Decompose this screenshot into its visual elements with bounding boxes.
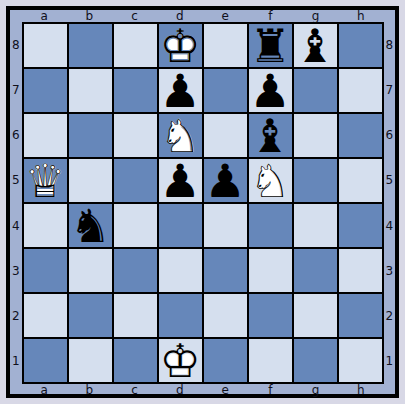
rank-label-1: 1 bbox=[10, 339, 22, 384]
square-a3[interactable] bbox=[24, 249, 67, 292]
square-h8[interactable] bbox=[339, 24, 382, 67]
square-d3[interactable] bbox=[159, 249, 202, 292]
square-e8[interactable] bbox=[204, 24, 247, 67]
square-a1[interactable] bbox=[24, 339, 67, 382]
file-label-h: h bbox=[338, 384, 383, 396]
black-knight-glyph: ♞ bbox=[69, 204, 112, 247]
square-d4[interactable] bbox=[159, 204, 202, 247]
square-e4[interactable] bbox=[204, 204, 247, 247]
rank-label-8: 8 bbox=[384, 22, 396, 67]
square-g2[interactable] bbox=[294, 294, 337, 337]
rank-label-5: 5 bbox=[10, 158, 22, 203]
rank-label-4: 4 bbox=[10, 203, 22, 248]
square-f4[interactable] bbox=[249, 204, 292, 247]
square-d2[interactable] bbox=[159, 294, 202, 337]
file-label-f: f bbox=[248, 384, 293, 396]
square-d6[interactable]: ♞♘ bbox=[159, 114, 202, 157]
rank-label-7: 7 bbox=[10, 67, 22, 112]
rank-label-6: 6 bbox=[10, 113, 22, 158]
square-b6[interactable] bbox=[69, 114, 112, 157]
square-b3[interactable] bbox=[69, 249, 112, 292]
square-c6[interactable] bbox=[114, 114, 157, 157]
square-g7[interactable] bbox=[294, 69, 337, 112]
square-a6[interactable] bbox=[24, 114, 67, 157]
file-label-h: h bbox=[338, 10, 383, 22]
square-e7[interactable] bbox=[204, 69, 247, 112]
board-frame: abcdefgh 87654321 ♚♔♜♝♟♟♞♘♝♛♕♟♟♞♘♞♚♔ 876… bbox=[6, 6, 399, 398]
square-d1[interactable]: ♚♔ bbox=[159, 339, 202, 382]
square-e2[interactable] bbox=[204, 294, 247, 337]
square-h3[interactable] bbox=[339, 249, 382, 292]
square-c3[interactable] bbox=[114, 249, 157, 292]
chess-board[interactable]: ♚♔♜♝♟♟♞♘♝♛♕♟♟♞♘♞♚♔ bbox=[22, 22, 384, 384]
black-bishop[interactable]: ♝ bbox=[294, 24, 337, 67]
black-pawn-glyph: ♟ bbox=[159, 159, 202, 202]
black-pawn-glyph: ♟ bbox=[249, 69, 292, 112]
white-king[interactable]: ♚♔ bbox=[159, 339, 202, 382]
square-d8[interactable]: ♚♔ bbox=[159, 24, 202, 67]
square-c4[interactable] bbox=[114, 204, 157, 247]
rank-label-7: 7 bbox=[384, 67, 396, 112]
square-h7[interactable] bbox=[339, 69, 382, 112]
rank-label-8: 8 bbox=[10, 22, 22, 67]
file-label-g: g bbox=[293, 384, 338, 396]
square-g6[interactable] bbox=[294, 114, 337, 157]
file-label-c: c bbox=[112, 384, 157, 396]
square-d5[interactable]: ♟ bbox=[159, 159, 202, 202]
rank-label-4: 4 bbox=[384, 203, 396, 248]
square-g3[interactable] bbox=[294, 249, 337, 292]
square-f5[interactable]: ♞♘ bbox=[249, 159, 292, 202]
square-c8[interactable] bbox=[114, 24, 157, 67]
square-f6[interactable]: ♝ bbox=[249, 114, 292, 157]
file-label-e: e bbox=[203, 384, 248, 396]
white-king[interactable]: ♚♔ bbox=[159, 24, 202, 67]
black-knight[interactable]: ♞ bbox=[69, 204, 112, 247]
rank-label-3: 3 bbox=[10, 248, 22, 293]
black-rook-glyph: ♜ bbox=[249, 24, 292, 67]
square-c1[interactable] bbox=[114, 339, 157, 382]
square-f1[interactable] bbox=[249, 339, 292, 382]
square-d7[interactable]: ♟ bbox=[159, 69, 202, 112]
file-label-a: a bbox=[22, 384, 67, 396]
white-king-outline: ♔ bbox=[159, 24, 202, 67]
rank-label-2: 2 bbox=[10, 294, 22, 339]
square-e5[interactable]: ♟ bbox=[204, 159, 247, 202]
square-f8[interactable]: ♜ bbox=[249, 24, 292, 67]
square-g5[interactable] bbox=[294, 159, 337, 202]
square-h6[interactable] bbox=[339, 114, 382, 157]
square-e6[interactable] bbox=[204, 114, 247, 157]
rank-labels-right: 87654321 bbox=[384, 22, 396, 384]
square-f2[interactable] bbox=[249, 294, 292, 337]
rank-label-5: 5 bbox=[384, 158, 396, 203]
file-label-a: a bbox=[22, 10, 67, 22]
square-h4[interactable] bbox=[339, 204, 382, 247]
square-a4[interactable] bbox=[24, 204, 67, 247]
white-knight[interactable]: ♞♘ bbox=[249, 159, 292, 202]
square-b1[interactable] bbox=[69, 339, 112, 382]
square-a5[interactable]: ♛♕ bbox=[24, 159, 67, 202]
square-g8[interactable]: ♝ bbox=[294, 24, 337, 67]
rank-label-1: 1 bbox=[384, 339, 396, 384]
file-label-b: b bbox=[67, 384, 112, 396]
black-bishop[interactable]: ♝ bbox=[249, 114, 292, 157]
black-pawn-glyph: ♟ bbox=[204, 159, 247, 202]
square-b4[interactable]: ♞ bbox=[69, 204, 112, 247]
white-king-outline: ♔ bbox=[159, 339, 202, 382]
square-f3[interactable] bbox=[249, 249, 292, 292]
rank-label-3: 3 bbox=[384, 248, 396, 293]
black-bishop-glyph: ♝ bbox=[249, 114, 292, 157]
white-knight-outline: ♘ bbox=[249, 159, 292, 202]
square-b7[interactable] bbox=[69, 69, 112, 112]
file-labels-bottom: abcdefgh bbox=[22, 384, 384, 396]
black-pawn[interactable]: ♟ bbox=[159, 159, 202, 202]
square-b5[interactable] bbox=[69, 159, 112, 202]
square-e3[interactable] bbox=[204, 249, 247, 292]
square-b2[interactable] bbox=[69, 294, 112, 337]
file-label-b: b bbox=[67, 10, 112, 22]
white-knight[interactable]: ♞♘ bbox=[159, 114, 202, 157]
square-b8[interactable] bbox=[69, 24, 112, 67]
square-h2[interactable] bbox=[339, 294, 382, 337]
black-rook[interactable]: ♜ bbox=[249, 24, 292, 67]
square-g1[interactable] bbox=[294, 339, 337, 382]
file-label-c: c bbox=[112, 10, 157, 22]
black-pawn[interactable]: ♟ bbox=[204, 159, 247, 202]
square-h1[interactable] bbox=[339, 339, 382, 382]
square-h5[interactable] bbox=[339, 159, 382, 202]
rank-label-6: 6 bbox=[384, 113, 396, 158]
file-label-e: e bbox=[203, 10, 248, 22]
square-a7[interactable] bbox=[24, 69, 67, 112]
black-pawn[interactable]: ♟ bbox=[159, 69, 202, 112]
square-e1[interactable] bbox=[204, 339, 247, 382]
black-pawn[interactable]: ♟ bbox=[249, 69, 292, 112]
white-queen-outline: ♕ bbox=[24, 159, 67, 202]
square-c7[interactable] bbox=[114, 69, 157, 112]
diagram-background: abcdefgh 87654321 ♚♔♜♝♟♟♞♘♝♛♕♟♟♞♘♞♚♔ 876… bbox=[0, 0, 405, 404]
square-g4[interactable] bbox=[294, 204, 337, 247]
square-f7[interactable]: ♟ bbox=[249, 69, 292, 112]
square-c2[interactable] bbox=[114, 294, 157, 337]
rank-labels-left: 87654321 bbox=[10, 22, 22, 384]
square-c5[interactable] bbox=[114, 159, 157, 202]
black-bishop-glyph: ♝ bbox=[294, 24, 337, 67]
rank-label-2: 2 bbox=[384, 294, 396, 339]
white-queen[interactable]: ♛♕ bbox=[24, 159, 67, 202]
white-knight-outline: ♘ bbox=[159, 114, 202, 157]
black-pawn-glyph: ♟ bbox=[159, 69, 202, 112]
square-a2[interactable] bbox=[24, 294, 67, 337]
board-inner: abcdefgh 87654321 ♚♔♜♝♟♟♞♘♝♛♕♟♟♞♘♞♚♔ 876… bbox=[10, 10, 395, 394]
square-a8[interactable] bbox=[24, 24, 67, 67]
